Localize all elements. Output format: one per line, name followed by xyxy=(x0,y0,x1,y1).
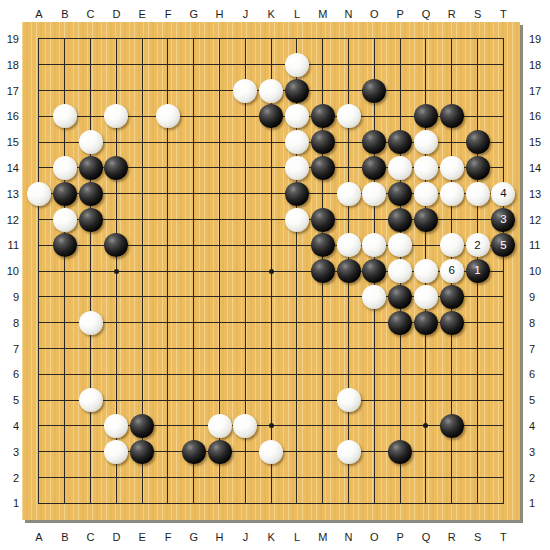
intersection-K7[interactable] xyxy=(258,336,284,362)
intersection-K6[interactable] xyxy=(258,361,284,387)
intersection-M18[interactable] xyxy=(310,52,336,78)
intersection-B1[interactable] xyxy=(52,490,78,516)
intersection-Q19[interactable] xyxy=(413,26,439,52)
intersection-Q6[interactable] xyxy=(413,361,439,387)
intersection-Q1[interactable] xyxy=(413,490,439,516)
intersection-L8[interactable] xyxy=(284,310,310,336)
intersection-C9[interactable] xyxy=(78,284,104,310)
intersection-H13[interactable] xyxy=(207,181,233,207)
intersection-E16[interactable] xyxy=(129,103,155,129)
intersection-K13[interactable] xyxy=(258,181,284,207)
intersection-T10[interactable] xyxy=(490,258,516,284)
intersection-M8[interactable] xyxy=(310,310,336,336)
intersection-O2[interactable] xyxy=(361,465,387,491)
intersection-C6[interactable] xyxy=(78,361,104,387)
intersection-F7[interactable] xyxy=(155,336,181,362)
intersection-H15[interactable] xyxy=(207,129,233,155)
intersection-E11[interactable] xyxy=(129,232,155,258)
intersection-O9[interactable] xyxy=(361,284,387,310)
intersection-C16[interactable] xyxy=(78,103,104,129)
intersection-P9[interactable] xyxy=(387,284,413,310)
intersection-J11[interactable] xyxy=(232,232,258,258)
intersection-E15[interactable] xyxy=(129,129,155,155)
intersection-E12[interactable] xyxy=(129,207,155,233)
intersection-S1[interactable] xyxy=(465,490,491,516)
intersection-Q18[interactable] xyxy=(413,52,439,78)
intersection-A1[interactable] xyxy=(26,490,52,516)
intersection-Q15[interactable] xyxy=(413,129,439,155)
intersection-Q9[interactable] xyxy=(413,284,439,310)
intersection-P1[interactable] xyxy=(387,490,413,516)
intersection-K18[interactable] xyxy=(258,52,284,78)
intersection-G12[interactable] xyxy=(181,207,207,233)
intersection-E13[interactable] xyxy=(129,181,155,207)
intersection-T19[interactable] xyxy=(490,26,516,52)
intersection-E2[interactable] xyxy=(129,465,155,491)
intersection-T9[interactable] xyxy=(490,284,516,310)
intersection-K9[interactable] xyxy=(258,284,284,310)
intersection-R8[interactable] xyxy=(439,310,465,336)
intersection-H16[interactable] xyxy=(207,103,233,129)
intersection-Q7[interactable] xyxy=(413,336,439,362)
intersection-R4[interactable] xyxy=(439,413,465,439)
intersection-A17[interactable] xyxy=(26,78,52,104)
intersection-G2[interactable] xyxy=(181,465,207,491)
intersection-J5[interactable] xyxy=(232,387,258,413)
intersection-R5[interactable] xyxy=(439,387,465,413)
intersection-T18[interactable] xyxy=(490,52,516,78)
intersection-A15[interactable] xyxy=(26,129,52,155)
intersection-O15[interactable] xyxy=(361,129,387,155)
intersection-F13[interactable] xyxy=(155,181,181,207)
intersection-L11[interactable] xyxy=(284,232,310,258)
intersection-H9[interactable] xyxy=(207,284,233,310)
intersection-H17[interactable] xyxy=(207,78,233,104)
intersection-Q10[interactable] xyxy=(413,258,439,284)
intersection-Q4[interactable] xyxy=(413,413,439,439)
intersection-M1[interactable] xyxy=(310,490,336,516)
intersection-B7[interactable] xyxy=(52,336,78,362)
intersection-F11[interactable] xyxy=(155,232,181,258)
intersection-A9[interactable] xyxy=(26,284,52,310)
intersection-M19[interactable] xyxy=(310,26,336,52)
intersection-A13[interactable] xyxy=(26,181,52,207)
intersection-O5[interactable] xyxy=(361,387,387,413)
intersection-E7[interactable] xyxy=(129,336,155,362)
intersection-H3[interactable] xyxy=(207,439,233,465)
intersection-D18[interactable] xyxy=(103,52,129,78)
intersection-N16[interactable] xyxy=(336,103,362,129)
intersection-O11[interactable] xyxy=(361,232,387,258)
intersection-T15[interactable] xyxy=(490,129,516,155)
intersection-N2[interactable] xyxy=(336,465,362,491)
intersection-S17[interactable] xyxy=(465,78,491,104)
intersection-J15[interactable] xyxy=(232,129,258,155)
intersection-F6[interactable] xyxy=(155,361,181,387)
intersection-J3[interactable] xyxy=(232,439,258,465)
intersection-H12[interactable] xyxy=(207,207,233,233)
intersection-G15[interactable] xyxy=(181,129,207,155)
intersection-J10[interactable] xyxy=(232,258,258,284)
intersection-J2[interactable] xyxy=(232,465,258,491)
intersection-C17[interactable] xyxy=(78,78,104,104)
intersection-H10[interactable] xyxy=(207,258,233,284)
intersection-G9[interactable] xyxy=(181,284,207,310)
intersection-C1[interactable] xyxy=(78,490,104,516)
intersection-C7[interactable] xyxy=(78,336,104,362)
intersection-G17[interactable] xyxy=(181,78,207,104)
intersection-B3[interactable] xyxy=(52,439,78,465)
intersection-O18[interactable] xyxy=(361,52,387,78)
intersection-E17[interactable] xyxy=(129,78,155,104)
intersection-T14[interactable] xyxy=(490,155,516,181)
intersection-L19[interactable] xyxy=(284,26,310,52)
intersection-G13[interactable] xyxy=(181,181,207,207)
intersection-A8[interactable] xyxy=(26,310,52,336)
intersection-O10[interactable] xyxy=(361,258,387,284)
intersection-K15[interactable] xyxy=(258,129,284,155)
intersection-H1[interactable] xyxy=(207,490,233,516)
intersection-J13[interactable] xyxy=(232,181,258,207)
intersection-G11[interactable] xyxy=(181,232,207,258)
intersection-R12[interactable] xyxy=(439,207,465,233)
intersection-D2[interactable] xyxy=(103,465,129,491)
intersection-K4[interactable] xyxy=(258,413,284,439)
intersection-N19[interactable] xyxy=(336,26,362,52)
intersection-S18[interactable] xyxy=(465,52,491,78)
intersection-D6[interactable] xyxy=(103,361,129,387)
intersection-R19[interactable] xyxy=(439,26,465,52)
intersection-T5[interactable] xyxy=(490,387,516,413)
intersection-Q17[interactable] xyxy=(413,78,439,104)
intersection-K8[interactable] xyxy=(258,310,284,336)
intersection-M12[interactable] xyxy=(310,207,336,233)
intersection-A7[interactable] xyxy=(26,336,52,362)
intersection-J14[interactable] xyxy=(232,155,258,181)
intersection-M16[interactable] xyxy=(310,103,336,129)
intersection-P17[interactable] xyxy=(387,78,413,104)
intersection-H19[interactable] xyxy=(207,26,233,52)
intersection-C5[interactable] xyxy=(78,387,104,413)
intersection-Q16[interactable] xyxy=(413,103,439,129)
intersection-A19[interactable] xyxy=(26,26,52,52)
intersection-G3[interactable] xyxy=(181,439,207,465)
intersection-D17[interactable] xyxy=(103,78,129,104)
intersection-S19[interactable] xyxy=(465,26,491,52)
intersection-N10[interactable] xyxy=(336,258,362,284)
intersection-K5[interactable] xyxy=(258,387,284,413)
intersection-L7[interactable] xyxy=(284,336,310,362)
intersection-F14[interactable] xyxy=(155,155,181,181)
intersection-P18[interactable] xyxy=(387,52,413,78)
intersection-A14[interactable] xyxy=(26,155,52,181)
intersection-F17[interactable] xyxy=(155,78,181,104)
intersection-C12[interactable] xyxy=(78,207,104,233)
intersection-R17[interactable] xyxy=(439,78,465,104)
intersection-G6[interactable] xyxy=(181,361,207,387)
intersection-M6[interactable] xyxy=(310,361,336,387)
intersection-O3[interactable] xyxy=(361,439,387,465)
intersection-B13[interactable] xyxy=(52,181,78,207)
intersection-N14[interactable] xyxy=(336,155,362,181)
intersection-N5[interactable] xyxy=(336,387,362,413)
intersection-T7[interactable] xyxy=(490,336,516,362)
intersection-F4[interactable] xyxy=(155,413,181,439)
intersection-E8[interactable] xyxy=(129,310,155,336)
intersection-P7[interactable] xyxy=(387,336,413,362)
intersection-R13[interactable] xyxy=(439,181,465,207)
intersection-T3[interactable] xyxy=(490,439,516,465)
intersection-L5[interactable] xyxy=(284,387,310,413)
intersection-S5[interactable] xyxy=(465,387,491,413)
intersection-C10[interactable] xyxy=(78,258,104,284)
intersection-L9[interactable] xyxy=(284,284,310,310)
intersection-L15[interactable] xyxy=(284,129,310,155)
intersection-M3[interactable] xyxy=(310,439,336,465)
intersection-Q11[interactable] xyxy=(413,232,439,258)
intersection-K12[interactable] xyxy=(258,207,284,233)
intersection-O17[interactable] xyxy=(361,78,387,104)
intersection-A18[interactable] xyxy=(26,52,52,78)
intersection-C11[interactable] xyxy=(78,232,104,258)
intersection-L12[interactable] xyxy=(284,207,310,233)
intersection-T1[interactable] xyxy=(490,490,516,516)
intersection-M4[interactable] xyxy=(310,413,336,439)
intersection-O14[interactable] xyxy=(361,155,387,181)
intersection-A2[interactable] xyxy=(26,465,52,491)
intersection-M2[interactable] xyxy=(310,465,336,491)
intersection-S16[interactable] xyxy=(465,103,491,129)
intersection-P11[interactable] xyxy=(387,232,413,258)
intersection-P8[interactable] xyxy=(387,310,413,336)
intersection-P14[interactable] xyxy=(387,155,413,181)
intersection-B14[interactable] xyxy=(52,155,78,181)
intersection-Q3[interactable] xyxy=(413,439,439,465)
intersection-K14[interactable] xyxy=(258,155,284,181)
intersection-J4[interactable] xyxy=(232,413,258,439)
intersection-E10[interactable] xyxy=(129,258,155,284)
intersection-S13[interactable] xyxy=(465,181,491,207)
intersection-T8[interactable] xyxy=(490,310,516,336)
intersection-Q5[interactable] xyxy=(413,387,439,413)
intersection-G16[interactable] xyxy=(181,103,207,129)
intersection-T12[interactable]: 3 xyxy=(490,207,516,233)
intersection-O8[interactable] xyxy=(361,310,387,336)
intersection-R11[interactable] xyxy=(439,232,465,258)
intersection-N6[interactable] xyxy=(336,361,362,387)
intersection-K3[interactable] xyxy=(258,439,284,465)
intersection-D3[interactable] xyxy=(103,439,129,465)
intersection-J12[interactable] xyxy=(232,207,258,233)
intersection-T4[interactable] xyxy=(490,413,516,439)
intersection-D19[interactable] xyxy=(103,26,129,52)
intersection-G14[interactable] xyxy=(181,155,207,181)
intersection-D4[interactable] xyxy=(103,413,129,439)
intersection-J17[interactable] xyxy=(232,78,258,104)
intersection-J16[interactable] xyxy=(232,103,258,129)
intersection-S3[interactable] xyxy=(465,439,491,465)
intersection-S10[interactable]: 1 xyxy=(465,258,491,284)
intersection-N17[interactable] xyxy=(336,78,362,104)
intersection-F1[interactable] xyxy=(155,490,181,516)
intersection-L10[interactable] xyxy=(284,258,310,284)
intersection-N3[interactable] xyxy=(336,439,362,465)
intersection-L2[interactable] xyxy=(284,465,310,491)
intersection-A6[interactable] xyxy=(26,361,52,387)
intersection-B11[interactable] xyxy=(52,232,78,258)
intersection-N1[interactable] xyxy=(336,490,362,516)
intersection-G1[interactable] xyxy=(181,490,207,516)
intersection-A12[interactable] xyxy=(26,207,52,233)
intersection-H14[interactable] xyxy=(207,155,233,181)
intersection-L16[interactable] xyxy=(284,103,310,129)
intersection-D12[interactable] xyxy=(103,207,129,233)
intersection-E4[interactable] xyxy=(129,413,155,439)
intersection-R15[interactable] xyxy=(439,129,465,155)
intersection-J6[interactable] xyxy=(232,361,258,387)
intersection-T2[interactable] xyxy=(490,465,516,491)
intersection-E3[interactable] xyxy=(129,439,155,465)
intersection-H6[interactable] xyxy=(207,361,233,387)
intersection-C8[interactable] xyxy=(78,310,104,336)
intersection-C14[interactable] xyxy=(78,155,104,181)
intersection-P2[interactable] xyxy=(387,465,413,491)
intersection-F5[interactable] xyxy=(155,387,181,413)
intersection-R3[interactable] xyxy=(439,439,465,465)
intersection-D16[interactable] xyxy=(103,103,129,129)
intersection-T16[interactable] xyxy=(490,103,516,129)
intersection-S2[interactable] xyxy=(465,465,491,491)
intersection-J19[interactable] xyxy=(232,26,258,52)
intersection-H18[interactable] xyxy=(207,52,233,78)
intersection-J8[interactable] xyxy=(232,310,258,336)
intersection-H4[interactable] xyxy=(207,413,233,439)
intersection-H2[interactable] xyxy=(207,465,233,491)
intersection-P4[interactable] xyxy=(387,413,413,439)
intersection-J1[interactable] xyxy=(232,490,258,516)
intersection-E9[interactable] xyxy=(129,284,155,310)
intersection-H7[interactable] xyxy=(207,336,233,362)
intersection-F3[interactable] xyxy=(155,439,181,465)
intersection-P3[interactable] xyxy=(387,439,413,465)
intersection-D8[interactable] xyxy=(103,310,129,336)
intersection-D10[interactable] xyxy=(103,258,129,284)
intersection-G8[interactable] xyxy=(181,310,207,336)
intersection-M7[interactable] xyxy=(310,336,336,362)
intersection-E1[interactable] xyxy=(129,490,155,516)
intersection-N12[interactable] xyxy=(336,207,362,233)
intersection-E14[interactable] xyxy=(129,155,155,181)
intersection-B4[interactable] xyxy=(52,413,78,439)
intersection-F18[interactable] xyxy=(155,52,181,78)
intersection-F19[interactable] xyxy=(155,26,181,52)
intersection-T17[interactable] xyxy=(490,78,516,104)
intersection-N4[interactable] xyxy=(336,413,362,439)
intersection-R7[interactable] xyxy=(439,336,465,362)
intersection-B19[interactable] xyxy=(52,26,78,52)
intersection-B5[interactable] xyxy=(52,387,78,413)
intersection-M9[interactable] xyxy=(310,284,336,310)
intersection-L4[interactable] xyxy=(284,413,310,439)
intersection-O7[interactable] xyxy=(361,336,387,362)
intersection-R2[interactable] xyxy=(439,465,465,491)
intersection-N8[interactable] xyxy=(336,310,362,336)
intersection-C13[interactable] xyxy=(78,181,104,207)
intersection-B18[interactable] xyxy=(52,52,78,78)
intersection-K2[interactable] xyxy=(258,465,284,491)
intersection-B9[interactable] xyxy=(52,284,78,310)
intersection-P15[interactable] xyxy=(387,129,413,155)
intersection-G5[interactable] xyxy=(181,387,207,413)
intersection-N7[interactable] xyxy=(336,336,362,362)
intersection-O19[interactable] xyxy=(361,26,387,52)
intersection-D13[interactable] xyxy=(103,181,129,207)
intersection-B10[interactable] xyxy=(52,258,78,284)
intersection-A3[interactable] xyxy=(26,439,52,465)
intersection-S8[interactable] xyxy=(465,310,491,336)
intersection-G7[interactable] xyxy=(181,336,207,362)
intersection-Q13[interactable] xyxy=(413,181,439,207)
intersection-R10[interactable]: 6 xyxy=(439,258,465,284)
intersection-N18[interactable] xyxy=(336,52,362,78)
intersection-P12[interactable] xyxy=(387,207,413,233)
intersection-E5[interactable] xyxy=(129,387,155,413)
intersection-S11[interactable]: 2 xyxy=(465,232,491,258)
intersection-B8[interactable] xyxy=(52,310,78,336)
intersection-K10[interactable] xyxy=(258,258,284,284)
intersection-T6[interactable] xyxy=(490,361,516,387)
intersection-N13[interactable] xyxy=(336,181,362,207)
intersection-K19[interactable] xyxy=(258,26,284,52)
intersection-D7[interactable] xyxy=(103,336,129,362)
intersection-H8[interactable] xyxy=(207,310,233,336)
intersection-B16[interactable] xyxy=(52,103,78,129)
intersection-M10[interactable] xyxy=(310,258,336,284)
intersection-L17[interactable] xyxy=(284,78,310,104)
intersection-C2[interactable] xyxy=(78,465,104,491)
intersection-Q12[interactable] xyxy=(413,207,439,233)
intersection-O6[interactable] xyxy=(361,361,387,387)
intersection-R16[interactable] xyxy=(439,103,465,129)
intersection-P16[interactable] xyxy=(387,103,413,129)
intersection-D5[interactable] xyxy=(103,387,129,413)
intersection-A16[interactable] xyxy=(26,103,52,129)
intersection-O13[interactable] xyxy=(361,181,387,207)
intersection-F9[interactable] xyxy=(155,284,181,310)
intersection-M11[interactable] xyxy=(310,232,336,258)
intersection-G4[interactable] xyxy=(181,413,207,439)
intersection-F2[interactable] xyxy=(155,465,181,491)
intersection-H11[interactable] xyxy=(207,232,233,258)
intersection-P5[interactable] xyxy=(387,387,413,413)
intersection-S4[interactable] xyxy=(465,413,491,439)
intersection-M5[interactable] xyxy=(310,387,336,413)
intersection-B2[interactable] xyxy=(52,465,78,491)
intersection-R6[interactable] xyxy=(439,361,465,387)
intersection-O12[interactable] xyxy=(361,207,387,233)
intersection-P19[interactable] xyxy=(387,26,413,52)
intersection-N15[interactable] xyxy=(336,129,362,155)
intersection-L3[interactable] xyxy=(284,439,310,465)
intersection-B6[interactable] xyxy=(52,361,78,387)
intersection-L14[interactable] xyxy=(284,155,310,181)
intersection-F12[interactable] xyxy=(155,207,181,233)
intersection-N11[interactable] xyxy=(336,232,362,258)
intersection-F8[interactable] xyxy=(155,310,181,336)
intersection-H5[interactable] xyxy=(207,387,233,413)
intersection-Q8[interactable] xyxy=(413,310,439,336)
intersection-E18[interactable] xyxy=(129,52,155,78)
